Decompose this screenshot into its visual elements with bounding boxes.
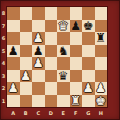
piece-white-pawn-c4[interactable]: ♟ <box>32 57 45 70</box>
square-a5[interactable]: ♟ <box>7 45 20 58</box>
file-label-C: C <box>32 108 45 118</box>
square-f1[interactable]: ♜ <box>70 95 83 108</box>
square-h2[interactable]: ♟ <box>95 82 108 95</box>
square-d3[interactable] <box>45 70 58 83</box>
piece-white-pawn-h2[interactable]: ♟ <box>95 82 108 95</box>
square-c8[interactable] <box>32 7 45 20</box>
file-label-H: H <box>95 108 108 118</box>
piece-white-pawn-a2[interactable]: ♟ <box>7 82 20 95</box>
square-c4[interactable]: ♟ <box>32 57 45 70</box>
square-a8[interactable] <box>7 7 20 20</box>
rank-label-1: 1 <box>0 95 7 108</box>
piece-black-queen-e3[interactable]: ♛ <box>57 70 70 83</box>
piece-white-pawn-b3[interactable]: ♟ <box>20 70 33 83</box>
piece-white-king-h1[interactable]: ♚ <box>95 95 108 108</box>
file-label-G: G <box>82 108 95 118</box>
square-e4[interactable] <box>57 57 70 70</box>
file-label-A: A <box>7 108 20 118</box>
square-b4[interactable] <box>20 57 33 70</box>
square-c6[interactable]: ♟ <box>32 32 45 45</box>
rank-labels: 87654321 <box>0 7 7 107</box>
square-h4[interactable] <box>95 57 108 70</box>
square-a4[interactable] <box>7 57 20 70</box>
square-b3[interactable]: ♟ <box>20 70 33 83</box>
piece-white-rook-f1[interactable]: ♜ <box>70 95 83 108</box>
square-d4[interactable] <box>45 57 58 70</box>
square-a2[interactable]: ♟ <box>7 82 20 95</box>
rank-label-8: 8 <box>0 7 7 20</box>
square-e2[interactable] <box>57 82 70 95</box>
square-h1[interactable]: ♚ <box>95 95 108 108</box>
square-c3[interactable] <box>32 70 45 83</box>
file-label-E: E <box>57 108 70 118</box>
square-c2[interactable] <box>32 82 45 95</box>
square-a7[interactable] <box>7 20 20 33</box>
square-e8[interactable] <box>57 7 70 20</box>
file-label-B: B <box>20 108 33 118</box>
piece-black-king-g7[interactable]: ♚ <box>82 20 95 33</box>
rank-label-6: 6 <box>0 32 7 45</box>
square-d1[interactable] <box>45 95 58 108</box>
square-e1[interactable] <box>57 95 70 108</box>
piece-black-pawn-a5[interactable]: ♟ <box>7 45 20 58</box>
square-g2[interactable]: ♟ <box>82 82 95 95</box>
square-e7[interactable]: ♛ <box>57 20 70 33</box>
square-d8[interactable] <box>45 7 58 20</box>
square-d2[interactable] <box>45 82 58 95</box>
square-d6[interactable] <box>45 32 58 45</box>
square-g6[interactable] <box>82 32 95 45</box>
file-label-D: D <box>45 108 58 118</box>
square-b1[interactable] <box>20 95 33 108</box>
square-d5[interactable] <box>45 45 58 58</box>
rank-label-2: 2 <box>0 82 7 95</box>
piece-white-pawn-g2[interactable]: ♟ <box>82 82 95 95</box>
square-f6[interactable] <box>70 32 83 45</box>
square-f2[interactable] <box>70 82 83 95</box>
square-f8[interactable] <box>70 7 83 20</box>
square-a6[interactable] <box>7 32 20 45</box>
square-g7[interactable]: ♚ <box>82 20 95 33</box>
square-c1[interactable] <box>32 95 45 108</box>
rank-label-7: 7 <box>0 20 7 33</box>
square-f3[interactable] <box>70 70 83 83</box>
square-h6[interactable]: ♜ <box>95 32 108 45</box>
square-g1[interactable] <box>82 95 95 108</box>
square-f7[interactable]: ♟ <box>70 20 83 33</box>
piece-black-rook-h6[interactable]: ♜ <box>95 32 108 45</box>
square-b7[interactable] <box>20 20 33 33</box>
file-labels: ABCDEFGH <box>7 108 107 118</box>
file-label-F: F <box>70 108 83 118</box>
square-e5[interactable]: ♞ <box>57 45 70 58</box>
rank-label-4: 4 <box>0 57 7 70</box>
rank-label-3: 3 <box>0 70 7 83</box>
square-b5[interactable] <box>20 45 33 58</box>
square-g5[interactable] <box>82 45 95 58</box>
piece-black-knight-e5[interactable]: ♞ <box>57 45 70 58</box>
square-f5[interactable] <box>70 45 83 58</box>
rank-label-5: 5 <box>0 45 7 58</box>
piece-white-queen-e7[interactable]: ♛ <box>57 20 70 33</box>
square-b8[interactable] <box>20 7 33 20</box>
chess-board[interactable]: ♛♟♚♟♜♟♟♞♟♟♛♟♟♟♜♚ <box>7 7 107 107</box>
square-h5[interactable] <box>95 45 108 58</box>
square-g8[interactable] <box>82 7 95 20</box>
square-b6[interactable] <box>20 32 33 45</box>
square-a1[interactable] <box>7 95 20 108</box>
piece-white-pawn-c6[interactable]: ♟ <box>32 32 45 45</box>
square-e6[interactable] <box>57 32 70 45</box>
square-e3[interactable]: ♛ <box>57 70 70 83</box>
square-h8[interactable] <box>95 7 108 20</box>
piece-black-pawn-f7[interactable]: ♟ <box>70 20 83 33</box>
square-b2[interactable] <box>20 82 33 95</box>
square-f4[interactable] <box>70 57 83 70</box>
square-d7[interactable] <box>45 20 58 33</box>
square-g4[interactable] <box>82 57 95 70</box>
